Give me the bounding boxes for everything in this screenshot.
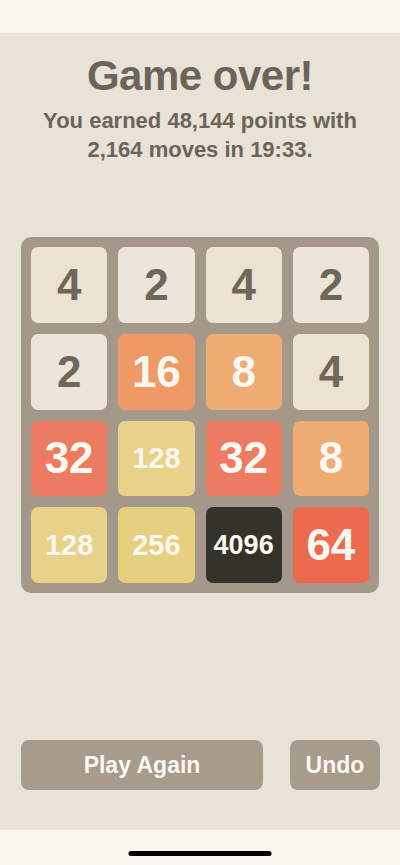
tile-4096: 4096 (206, 507, 282, 583)
tile-64: 64 (293, 507, 369, 583)
status-bar (0, 0, 400, 33)
summary-line-2: 2,164 moves in 19:33. (87, 137, 312, 162)
summary-line-1: You earned 48,144 points with (43, 108, 357, 133)
board-grid[interactable]: 42422168432128328128256409664 (21, 237, 379, 593)
tile-4: 4 (31, 247, 107, 323)
tile-8: 8 (206, 334, 282, 410)
tile-128: 128 (118, 421, 194, 497)
tile-4: 4 (293, 334, 369, 410)
tile-8: 8 (293, 421, 369, 497)
action-buttons: Play Again Undo (0, 740, 400, 790)
bottom-strip (0, 830, 400, 865)
tile-4: 4 (206, 247, 282, 323)
home-indicator[interactable] (129, 851, 272, 856)
tile-128: 128 (31, 507, 107, 583)
game-over-title: Game over! (0, 54, 400, 98)
tile-16: 16 (118, 334, 194, 410)
game-summary: You earned 48,144 points with 2,164 move… (0, 106, 400, 164)
tile-32: 32 (206, 421, 282, 497)
tile-256: 256 (118, 507, 194, 583)
app-screen: Game over! You earned 48,144 points with… (0, 0, 400, 865)
tile-2: 2 (31, 334, 107, 410)
play-again-button[interactable]: Play Again (21, 740, 263, 790)
undo-button[interactable]: Undo (290, 740, 380, 790)
tile-32: 32 (31, 421, 107, 497)
tile-2: 2 (293, 247, 369, 323)
tile-2: 2 (118, 247, 194, 323)
